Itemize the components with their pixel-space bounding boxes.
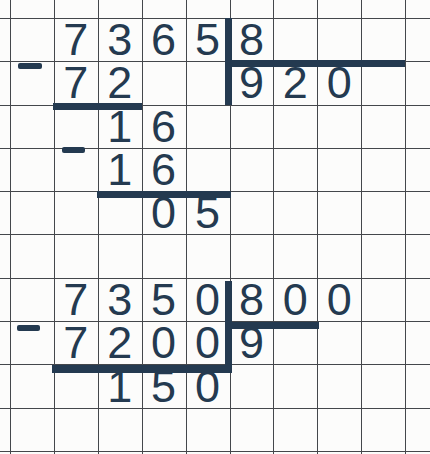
digit-cell: 6 [142, 148, 186, 191]
digit-cell: 0 [273, 278, 317, 321]
p1-minus-sign-1 [18, 63, 42, 69]
digit-cell: 1 [98, 148, 142, 191]
digit-cell: 3 [98, 278, 142, 321]
p1-step1-underline-bar [53, 103, 142, 110]
p2-step1-underline-bar [52, 365, 232, 373]
digit-cell: 0 [317, 278, 361, 321]
digit-cell: 6 [142, 18, 186, 61]
p2-divisor-underline-bar [228, 322, 319, 329]
p1-minus-sign-2 [62, 147, 85, 153]
digit-cell: 1 [98, 105, 142, 148]
digit-cell: 2 [98, 321, 142, 364]
digit-cell: 2 [273, 61, 317, 104]
squared-paper: 7365872920161605735080072009150 [0, 0, 430, 454]
digit-cell: 7 [54, 278, 98, 321]
digit-cell: 0 [142, 321, 186, 364]
digit-cell: 6 [142, 105, 186, 148]
digit-cell: 5 [142, 278, 186, 321]
digit-cell: 8 [230, 278, 274, 321]
digit-cell: 7 [54, 18, 98, 61]
digit-cell: 7 [54, 61, 98, 104]
digit-cell: 5 [186, 18, 230, 61]
p1-step2-underline-bar [97, 191, 231, 198]
digit-cell: 0 [186, 321, 230, 364]
digit-cell: 0 [317, 61, 361, 104]
digit-cell: 3 [98, 18, 142, 61]
p1-divisor-underline-bar [228, 60, 405, 67]
worksheet-content-layer: 7365872920161605735080072009150 [0, 0, 430, 454]
digit-cell: 9 [230, 61, 274, 104]
digit-cell: 8 [230, 18, 274, 61]
digit-cell: 7 [54, 321, 98, 364]
p2-minus-sign-1 [17, 325, 40, 331]
digit-cell: 0 [186, 278, 230, 321]
digit-cell: 2 [98, 61, 142, 104]
